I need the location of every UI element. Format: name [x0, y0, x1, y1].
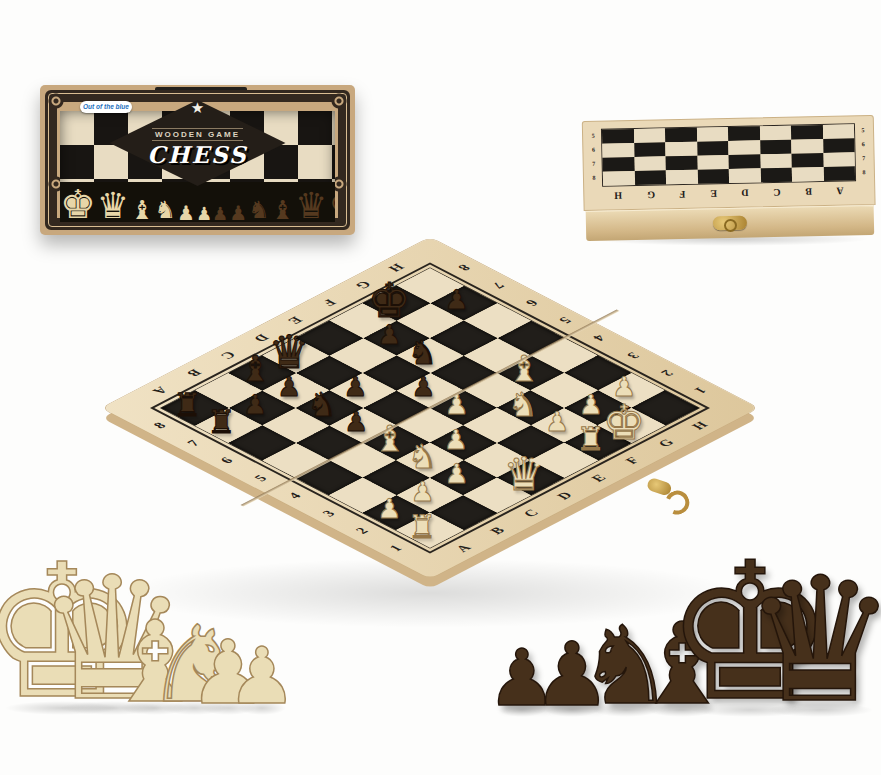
folded-board-square — [666, 170, 698, 185]
folded-board-square — [634, 142, 666, 157]
folded-board-square — [697, 169, 729, 184]
coordinate-label: F — [679, 188, 685, 199]
coordinate-label: 7 — [592, 161, 595, 167]
display-white-pawn: ♟ — [227, 645, 297, 709]
box-piece-tray: ♚♛♝♞♟♟ ♟♟♞♝♛♚ — [60, 182, 335, 222]
folded-board-square — [665, 142, 697, 157]
folded-board-square — [634, 170, 666, 185]
coordinate-label: 5 — [592, 133, 595, 139]
coordinate-label: G — [647, 189, 655, 200]
white-pawn: ♟ — [411, 478, 435, 505]
star-icon: ★ — [191, 99, 204, 117]
board-surface: 87654321 87654321 ABCDEFGH ABCDEFGH ♜♝♛♚… — [102, 237, 758, 578]
folded-board-square — [728, 140, 760, 155]
folded-board-square — [697, 141, 729, 156]
white-rook: ♜ — [576, 423, 605, 455]
folded-board-square — [665, 128, 697, 143]
folded-board-square — [728, 126, 760, 141]
clasp-ring — [724, 219, 737, 232]
black-rook: ♜ — [174, 388, 203, 420]
box-display-king-icon: ♚ — [328, 186, 335, 222]
box-display-king-icon: ♚ — [60, 186, 96, 222]
folded-board-square — [602, 129, 634, 144]
folded-board-square — [760, 154, 792, 169]
folded-board-square — [666, 156, 698, 171]
folded-board-top-face: HGFEDCBA 5678 5678 — [582, 115, 876, 211]
folded-board-square — [792, 167, 824, 182]
white-pawn: ♟ — [444, 461, 468, 488]
box-title: CHESS — [147, 141, 247, 168]
folded-board-numbers-right: 5678 — [857, 123, 870, 179]
folded-board-square — [602, 143, 634, 158]
brand-sticker: Out of the blue — [80, 101, 132, 113]
folded-board-square — [633, 128, 665, 143]
box-display-knight-icon: ♞ — [154, 200, 176, 222]
coordinate-label: C — [773, 186, 780, 197]
black-pawn: ♟ — [378, 321, 402, 348]
folded-board: HGFEDCBA 5678 5678 — [582, 115, 876, 241]
display-black-queen: ♛ — [743, 570, 881, 711]
white-pawn: ♟ — [444, 426, 468, 453]
folded-board-front-edge — [586, 205, 875, 241]
box-banner-title: WOODEN GAME — [152, 128, 243, 141]
white-pawn: ♟ — [545, 408, 569, 435]
box-light-pieces-row: ♚♛♝♞♟♟ — [60, 186, 212, 222]
folded-board-square — [792, 153, 824, 168]
coordinate-label: 5 — [861, 127, 864, 133]
white-pawn: ♟ — [578, 391, 602, 418]
black-pawn: ♟ — [445, 286, 469, 313]
folded-board-square — [760, 168, 792, 183]
folded-board-square — [759, 126, 791, 141]
folded-board-square — [791, 139, 823, 154]
folded-board-square — [823, 166, 855, 181]
folded-board-square — [729, 154, 761, 169]
black-pawn: ♟ — [411, 373, 435, 400]
box-dark-pieces-row: ♟♟♞♝♛♚ — [212, 186, 335, 222]
black-pawn: ♟ — [344, 373, 368, 400]
folded-board-square — [791, 125, 823, 140]
black-rook: ♜ — [207, 406, 236, 438]
folded-checkerboard — [601, 123, 856, 186]
white-knight: ♞ — [408, 440, 438, 473]
black-pawn: ♟ — [243, 391, 267, 418]
coordinate-label: 6 — [862, 141, 865, 147]
folded-board-square — [822, 124, 854, 139]
folded-board-square — [603, 171, 635, 186]
black-knight: ♞ — [308, 388, 338, 421]
coordinate-label: 8 — [592, 175, 595, 181]
product-photo: { "game": "chess", "product_title": "Woo… — [0, 0, 881, 775]
black-pawn: ♟ — [344, 408, 368, 435]
box-display-pawn-icon: ♟ — [229, 204, 247, 222]
box-display-queen-icon: ♛ — [97, 190, 129, 222]
product-box: ★ ♚♛♝♞♟♟ ♟♟♞♝♛♚ WOODEN GAME CHESS ★ Out … — [40, 85, 355, 235]
box-display-queen-icon: ♛ — [295, 190, 327, 222]
folded-board-square — [603, 157, 635, 172]
white-knight: ♞ — [509, 388, 539, 421]
folded-board-square — [760, 140, 792, 155]
box-display-bishop-icon: ♝ — [130, 199, 153, 222]
coordinate-label: 6 — [592, 147, 595, 153]
folded-board-square — [823, 138, 855, 153]
coordinate-label: E — [710, 188, 717, 199]
black-pawn: ♟ — [277, 374, 301, 401]
folded-board-square — [729, 168, 761, 183]
folded-board-square — [634, 156, 666, 171]
box-display-knight-icon: ♞ — [248, 200, 270, 222]
folded-board-numbers-left: 5678 — [587, 129, 600, 185]
brass-clasp-icon — [641, 471, 700, 521]
black-knight: ♞ — [408, 336, 438, 369]
box-display-pawn-icon: ♟ — [177, 204, 195, 222]
white-pawn: ♟ — [377, 495, 401, 522]
coordinate-label: D — [741, 187, 748, 198]
coordinate-label: H — [615, 190, 623, 201]
frame-scroll-ornament — [330, 92, 348, 110]
box-display-pawn-icon: ♟ — [196, 206, 212, 222]
coordinate-label: A — [837, 185, 844, 196]
brass-clasp-icon — [713, 216, 747, 231]
folded-board-square — [823, 152, 855, 167]
coordinate-label: 7 — [862, 155, 865, 161]
coordinate-label: 8 — [862, 169, 865, 175]
folded-board-square — [697, 155, 729, 170]
coordinate-label: B — [805, 186, 812, 197]
white-rook: ♜ — [408, 510, 437, 542]
frame-scroll-ornament — [47, 92, 65, 110]
box-display-bishop-icon: ♝ — [271, 199, 294, 222]
box-display-pawn-icon: ♟ — [212, 206, 228, 222]
folded-board-square — [696, 127, 728, 142]
